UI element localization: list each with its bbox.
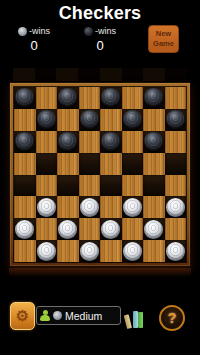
square-f1[interactable]	[122, 240, 144, 262]
gear-icon: ⚙	[16, 309, 29, 324]
square-f6[interactable]	[122, 131, 144, 153]
white-piece[interactable]	[166, 242, 185, 261]
square-h5[interactable]	[165, 153, 187, 175]
white-piece[interactable]	[123, 242, 142, 261]
square-g1[interactable]	[143, 240, 165, 262]
square-c5[interactable]	[57, 153, 79, 175]
black-piece[interactable]	[166, 110, 185, 129]
square-b6[interactable]	[36, 131, 58, 153]
square-d6[interactable]	[79, 131, 101, 153]
square-f5[interactable]	[122, 153, 144, 175]
square-c2[interactable]	[57, 218, 79, 240]
rules-books-icon[interactable]	[127, 309, 144, 329]
square-f2[interactable]	[122, 218, 144, 240]
black-piece[interactable]	[58, 88, 77, 107]
black-piece[interactable]	[144, 88, 163, 107]
square-e3[interactable]	[100, 196, 122, 218]
square-d1[interactable]	[79, 240, 101, 262]
white-wins-label: -wins	[29, 26, 50, 36]
white-wins-value: 0	[6, 38, 62, 53]
square-d2[interactable]	[79, 218, 101, 240]
board-frame	[9, 82, 191, 267]
square-g5[interactable]	[143, 153, 165, 175]
question-mark-icon: ?	[168, 311, 177, 325]
square-f3[interactable]	[122, 196, 144, 218]
white-piece[interactable]	[37, 198, 56, 217]
book-tan	[124, 314, 132, 329]
square-h8[interactable]	[165, 87, 187, 109]
square-d3[interactable]	[79, 196, 101, 218]
board-top-reflection	[13, 68, 187, 81]
settings-button[interactable]: ⚙	[10, 302, 35, 330]
checkers-board	[14, 87, 186, 262]
square-g8[interactable]	[143, 87, 165, 109]
square-c3[interactable]	[57, 196, 79, 218]
white-piece[interactable]	[15, 220, 34, 239]
black-piece[interactable]	[123, 110, 142, 129]
square-f8[interactable]	[122, 87, 144, 109]
black-piece[interactable]	[144, 132, 163, 151]
black-piece[interactable]	[58, 132, 77, 151]
square-a5[interactable]	[14, 153, 36, 175]
white-piece[interactable]	[101, 220, 120, 239]
white-piece[interactable]	[80, 242, 99, 261]
square-b2[interactable]	[36, 218, 58, 240]
square-a6[interactable]	[14, 131, 36, 153]
black-piece[interactable]	[101, 132, 120, 151]
black-piece[interactable]	[101, 88, 120, 107]
white-piece[interactable]	[80, 198, 99, 217]
square-d8[interactable]	[79, 87, 101, 109]
square-b1[interactable]	[36, 240, 58, 262]
help-button[interactable]: ?	[159, 305, 185, 331]
square-e2[interactable]	[100, 218, 122, 240]
white-piece[interactable]	[123, 198, 142, 217]
player-icon	[40, 310, 50, 322]
square-b4[interactable]	[36, 175, 58, 197]
black-wins-value: 0	[72, 38, 128, 53]
book-green	[138, 312, 143, 328]
opponent-piece-icon	[53, 311, 62, 320]
new-game-button[interactable]: New Game	[148, 25, 179, 53]
square-a7[interactable]	[14, 109, 36, 131]
white-wins-counter: -wins 0	[6, 26, 62, 53]
white-piece-icon	[18, 27, 27, 36]
square-e1[interactable]	[100, 240, 122, 262]
square-f4[interactable]	[122, 175, 144, 197]
square-h6[interactable]	[165, 131, 187, 153]
square-h4[interactable]	[165, 175, 187, 197]
difficulty-selector[interactable]: Medium	[36, 306, 121, 325]
square-g7[interactable]	[143, 109, 165, 131]
square-c1[interactable]	[57, 240, 79, 262]
square-e8[interactable]	[100, 87, 122, 109]
square-e5[interactable]	[100, 153, 122, 175]
square-b7[interactable]	[36, 109, 58, 131]
black-piece-icon	[84, 27, 93, 36]
square-c8[interactable]	[57, 87, 79, 109]
square-b5[interactable]	[36, 153, 58, 175]
square-h7[interactable]	[165, 109, 187, 131]
square-a1[interactable]	[14, 240, 36, 262]
black-piece[interactable]	[37, 110, 56, 129]
white-piece[interactable]	[144, 220, 163, 239]
square-d7[interactable]	[79, 109, 101, 131]
square-c7[interactable]	[57, 109, 79, 131]
square-g4[interactable]	[143, 175, 165, 197]
square-g3[interactable]	[143, 196, 165, 218]
square-a4[interactable]	[14, 175, 36, 197]
square-c6[interactable]	[57, 131, 79, 153]
square-g2[interactable]	[143, 218, 165, 240]
square-e7[interactable]	[100, 109, 122, 131]
black-piece[interactable]	[15, 132, 34, 151]
white-piece[interactable]	[58, 220, 77, 239]
square-a3[interactable]	[14, 196, 36, 218]
square-d4[interactable]	[79, 175, 101, 197]
square-b3[interactable]	[36, 196, 58, 218]
white-piece[interactable]	[37, 242, 56, 261]
book-blue	[133, 311, 138, 328]
square-h2[interactable]	[165, 218, 187, 240]
black-wins-counter: -wins 0	[72, 26, 128, 53]
black-piece[interactable]	[15, 88, 34, 107]
board-bottom-shadow	[9, 268, 191, 277]
square-h1[interactable]	[165, 240, 187, 262]
square-e4[interactable]	[100, 175, 122, 197]
square-a2[interactable]	[14, 218, 36, 240]
black-wins-label: -wins	[95, 26, 116, 36]
square-d5[interactable]	[79, 153, 101, 175]
difficulty-value: Medium	[65, 310, 102, 322]
square-h3[interactable]	[165, 196, 187, 218]
white-piece[interactable]	[166, 198, 185, 217]
square-a8[interactable]	[14, 87, 36, 109]
square-g6[interactable]	[143, 131, 165, 153]
square-c4[interactable]	[57, 175, 79, 197]
black-piece[interactable]	[80, 110, 99, 129]
page-title: Checkers	[0, 3, 200, 24]
square-e6[interactable]	[100, 131, 122, 153]
square-b8[interactable]	[36, 87, 58, 109]
square-f7[interactable]	[122, 109, 144, 131]
